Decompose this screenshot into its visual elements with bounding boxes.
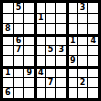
sudoku-cell-r3c4[interactable] xyxy=(35,24,45,34)
sudoku-cell-r6c6[interactable] xyxy=(56,56,66,66)
sudoku-cell-r9c8[interactable] xyxy=(78,88,88,98)
sudoku-cell-r9c5[interactable] xyxy=(46,88,56,98)
sudoku-cell-r2c3[interactable] xyxy=(24,14,34,24)
sudoku-cell-r8c6[interactable] xyxy=(56,78,66,88)
sudoku-cell-r2c1[interactable] xyxy=(3,14,13,24)
sudoku-cell-r1c6[interactable] xyxy=(56,3,66,13)
sudoku-cell-r2c6[interactable] xyxy=(56,14,66,24)
sudoku-cell-r5c2[interactable]: 7 xyxy=(14,46,24,56)
sudoku-cell-r7c6[interactable] xyxy=(56,67,66,77)
sudoku-cell-r1c9[interactable] xyxy=(88,3,98,13)
sudoku-cell-r6c1[interactable] xyxy=(3,56,13,66)
sudoku-screenshot: 53186147539194726 xyxy=(0,0,101,101)
sudoku-cell-r8c2[interactable] xyxy=(14,78,24,88)
sudoku-cell-r8c5[interactable]: 7 xyxy=(46,78,56,88)
sudoku-cell-r5c3[interactable] xyxy=(24,46,34,56)
sudoku-cell-r5c6[interactable]: 3 xyxy=(56,46,66,56)
sudoku-cell-r4c7[interactable]: 1 xyxy=(67,35,77,45)
sudoku-cell-r3c9[interactable] xyxy=(88,24,98,34)
sudoku-cell-r6c9[interactable] xyxy=(88,56,98,66)
sudoku-cell-r5c1[interactable] xyxy=(3,46,13,56)
sudoku-cell-r7c4[interactable]: 4 xyxy=(35,67,45,77)
sudoku-cell-r6c5[interactable] xyxy=(46,56,56,66)
sudoku-cell-r8c1[interactable] xyxy=(3,78,13,88)
sudoku-cell-r4c9[interactable]: 4 xyxy=(88,35,98,45)
sudoku-cell-r4c4[interactable] xyxy=(35,35,45,45)
sudoku-cell-r2c8[interactable] xyxy=(78,14,88,24)
sudoku-cell-r8c7[interactable] xyxy=(67,78,77,88)
sudoku-cell-r3c1[interactable]: 8 xyxy=(3,24,13,34)
sudoku-cell-r8c3[interactable] xyxy=(24,78,34,88)
sudoku-cell-r1c8[interactable]: 3 xyxy=(78,3,88,13)
sudoku-cell-r1c7[interactable] xyxy=(67,3,77,13)
sudoku-cell-r5c7[interactable] xyxy=(67,46,77,56)
sudoku-cell-r3c6[interactable] xyxy=(56,24,66,34)
sudoku-cell-r9c3[interactable] xyxy=(24,88,34,98)
sudoku-board: 53186147539194726 xyxy=(0,0,101,101)
sudoku-cell-r5c9[interactable] xyxy=(88,46,98,56)
sudoku-cell-r6c4[interactable] xyxy=(35,56,45,66)
sudoku-cell-r7c5[interactable] xyxy=(46,67,56,77)
sudoku-cell-r1c2[interactable]: 5 xyxy=(14,3,24,13)
sudoku-cell-r5c8[interactable] xyxy=(78,46,88,56)
sudoku-cell-r1c4[interactable] xyxy=(35,3,45,13)
sudoku-cell-r2c9[interactable] xyxy=(88,14,98,24)
sudoku-cell-r4c8[interactable] xyxy=(78,35,88,45)
sudoku-cell-r9c7[interactable] xyxy=(67,88,77,98)
sudoku-cell-r9c1[interactable]: 6 xyxy=(3,88,13,98)
sudoku-cell-r4c3[interactable] xyxy=(24,35,34,45)
sudoku-cell-r3c8[interactable] xyxy=(78,24,88,34)
sudoku-cell-r4c1[interactable] xyxy=(3,35,13,45)
sudoku-cell-r4c2[interactable]: 6 xyxy=(14,35,24,45)
sudoku-cell-r3c2[interactable] xyxy=(14,24,24,34)
sudoku-cell-r4c5[interactable] xyxy=(46,35,56,45)
sudoku-cell-r7c8[interactable] xyxy=(78,67,88,77)
sudoku-cell-r5c5[interactable]: 5 xyxy=(46,46,56,56)
sudoku-cell-r9c2[interactable] xyxy=(14,88,24,98)
sudoku-cell-r6c3[interactable] xyxy=(24,56,34,66)
sudoku-cell-r9c4[interactable] xyxy=(35,88,45,98)
sudoku-cell-r4c6[interactable] xyxy=(56,35,66,45)
sudoku-cell-r5c4[interactable] xyxy=(35,46,45,56)
sudoku-cell-r3c5[interactable] xyxy=(46,24,56,34)
sudoku-cell-r1c1[interactable] xyxy=(3,3,13,13)
sudoku-cell-r9c6[interactable] xyxy=(56,88,66,98)
sudoku-cell-r6c8[interactable] xyxy=(78,56,88,66)
sudoku-cell-r7c7[interactable] xyxy=(67,67,77,77)
sudoku-cell-r7c9[interactable] xyxy=(88,67,98,77)
sudoku-cell-r1c5[interactable] xyxy=(46,3,56,13)
sudoku-cell-r7c1[interactable]: 1 xyxy=(3,67,13,77)
sudoku-cell-r8c4[interactable] xyxy=(35,78,45,88)
sudoku-cell-r2c4[interactable]: 1 xyxy=(35,14,45,24)
sudoku-cell-r8c8[interactable]: 2 xyxy=(78,78,88,88)
sudoku-cell-r7c2[interactable] xyxy=(14,67,24,77)
sudoku-cell-r2c7[interactable] xyxy=(67,14,77,24)
sudoku-cell-r2c5[interactable] xyxy=(46,14,56,24)
sudoku-cell-r6c2[interactable] xyxy=(14,56,24,66)
sudoku-cell-r7c3[interactable]: 9 xyxy=(24,67,34,77)
sudoku-cell-r3c3[interactable] xyxy=(24,24,34,34)
sudoku-cell-r8c9[interactable] xyxy=(88,78,98,88)
sudoku-cell-r2c2[interactable] xyxy=(14,14,24,24)
sudoku-cell-r6c7[interactable]: 9 xyxy=(67,56,77,66)
sudoku-cell-r1c3[interactable] xyxy=(24,3,34,13)
sudoku-cell-r3c7[interactable] xyxy=(67,24,77,34)
sudoku-cell-r9c9[interactable] xyxy=(88,88,98,98)
